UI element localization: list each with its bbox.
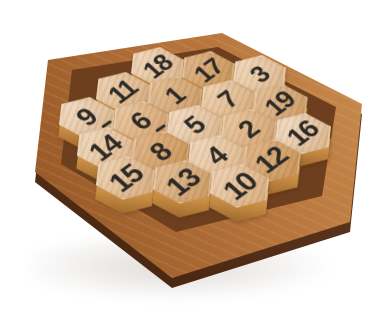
pieces-layer: 18173111719965216148412151310 — [0, 0, 388, 329]
magic-hexagon-puzzle: 18173111719965216148412151310 — [0, 0, 388, 329]
hex-piece-13[interactable]: 13 — [151, 157, 213, 207]
hex-piece-10[interactable]: 10 — [208, 161, 270, 211]
hex-piece-15[interactable]: 15 — [94, 153, 156, 203]
